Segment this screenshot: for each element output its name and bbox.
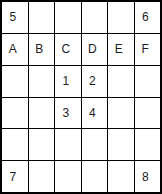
cell-r4c3[interactable]: 3 bbox=[55, 98, 81, 129]
cell-r6c1[interactable]: 7 bbox=[2, 161, 28, 192]
cell-r1c6[interactable]: 6 bbox=[135, 2, 161, 33]
cell-r5c1[interactable] bbox=[2, 129, 28, 160]
cell-r4c6[interactable] bbox=[135, 98, 161, 129]
cell-r5c6[interactable] bbox=[135, 129, 161, 160]
page-background: 56ABCDEF123478 bbox=[0, 0, 162, 194]
puzzle-grid: 56ABCDEF123478 bbox=[0, 0, 162, 194]
cell-r5c2[interactable] bbox=[29, 129, 55, 160]
cell-r5c5[interactable] bbox=[108, 129, 134, 160]
cell-r4c5[interactable] bbox=[108, 98, 134, 129]
cell-r2c5[interactable]: E bbox=[108, 34, 134, 65]
cell-r5c3[interactable] bbox=[55, 129, 81, 160]
cell-r1c3[interactable] bbox=[55, 2, 81, 33]
cell-r6c3[interactable] bbox=[55, 161, 81, 192]
cell-r1c1[interactable]: 5 bbox=[2, 2, 28, 33]
cell-r2c1[interactable]: A bbox=[2, 34, 28, 65]
cell-r2c6[interactable]: F bbox=[135, 34, 161, 65]
cell-r6c4[interactable] bbox=[82, 161, 108, 192]
cell-r2c3[interactable]: C bbox=[55, 34, 81, 65]
cell-r1c5[interactable] bbox=[108, 2, 134, 33]
cell-r2c2[interactable]: B bbox=[29, 34, 55, 65]
cell-r4c1[interactable] bbox=[2, 98, 28, 129]
cell-r3c4[interactable]: 2 bbox=[82, 66, 108, 97]
cell-r5c4[interactable] bbox=[82, 129, 108, 160]
cell-r1c4[interactable] bbox=[82, 2, 108, 33]
cell-r3c5[interactable] bbox=[108, 66, 134, 97]
cell-r6c2[interactable] bbox=[29, 161, 55, 192]
cell-r3c3[interactable]: 1 bbox=[55, 66, 81, 97]
cell-r4c4[interactable]: 4 bbox=[82, 98, 108, 129]
cell-r2c4[interactable]: D bbox=[82, 34, 108, 65]
cell-r6c6[interactable]: 8 bbox=[135, 161, 161, 192]
cell-r3c1[interactable] bbox=[2, 66, 28, 97]
cell-r3c6[interactable] bbox=[135, 66, 161, 97]
cell-r1c2[interactable] bbox=[29, 2, 55, 33]
cell-r6c5[interactable] bbox=[108, 161, 134, 192]
cell-r4c2[interactable] bbox=[29, 98, 55, 129]
cell-r3c2[interactable] bbox=[29, 66, 55, 97]
